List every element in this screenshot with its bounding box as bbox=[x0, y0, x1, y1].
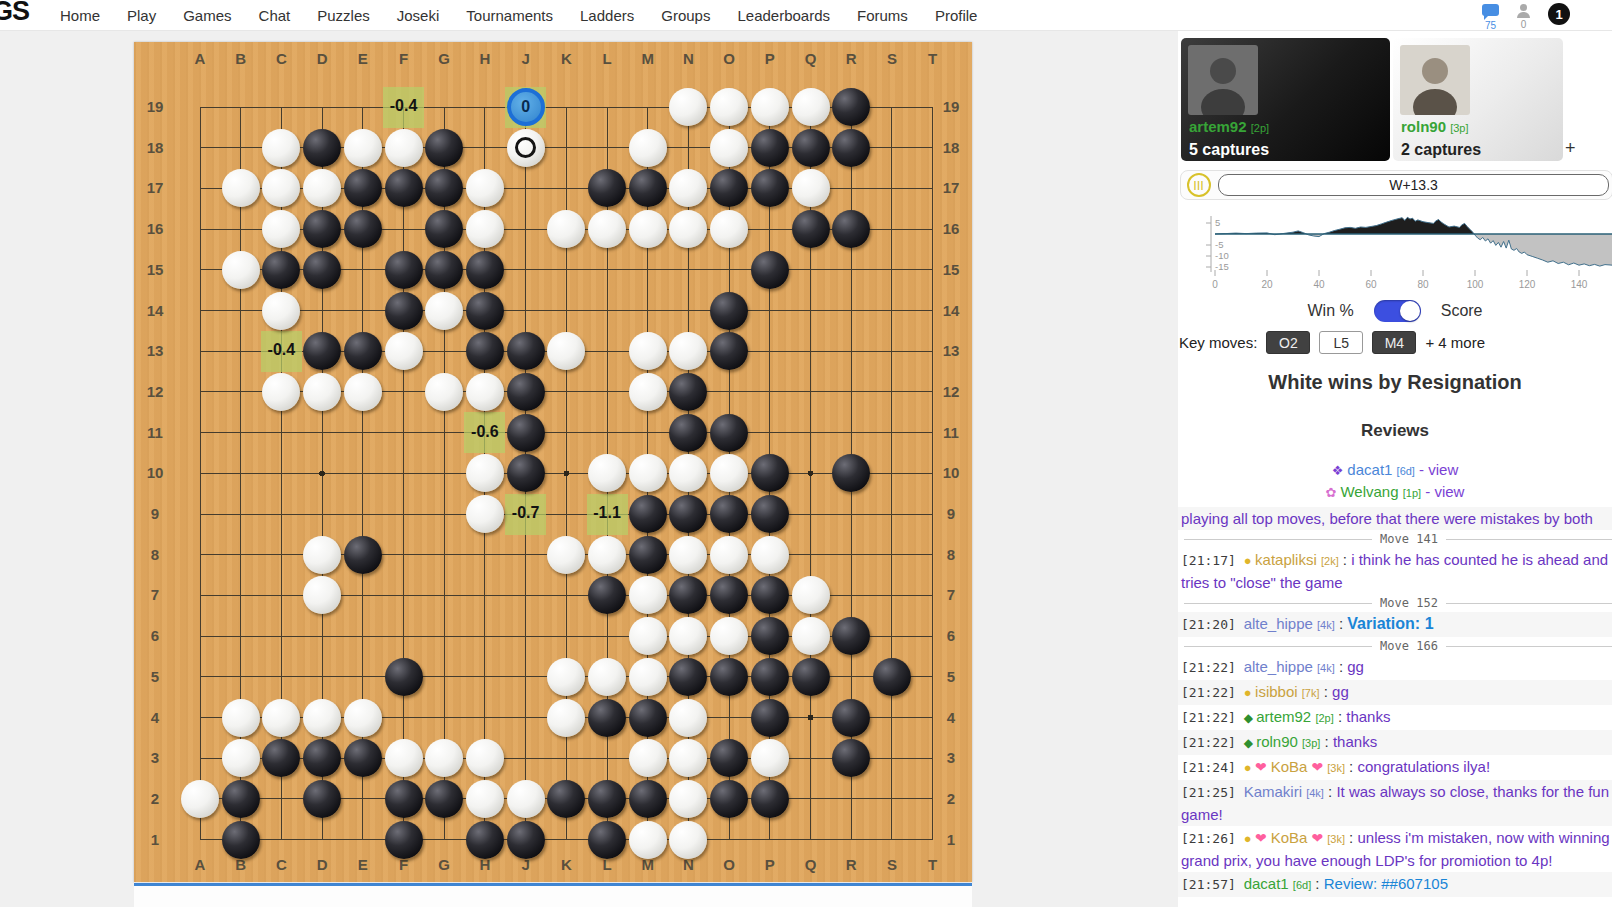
coord-label: 11 bbox=[936, 424, 966, 441]
white-stone-C18[interactable] bbox=[262, 129, 300, 167]
win-percent-label: Win % bbox=[1307, 302, 1353, 320]
coord-label: 6 bbox=[936, 627, 966, 644]
coord-label: 12 bbox=[936, 383, 966, 400]
coord-label: 13 bbox=[936, 342, 966, 359]
chat-message: [21:57] dacat1 [6d] : Review: ##607105 bbox=[1178, 872, 1612, 897]
black-stone-F5[interactable] bbox=[385, 658, 423, 696]
navbar: GS HomePlayGamesChatPuzzlesJosekiTournam… bbox=[0, 0, 1612, 31]
black-stone-D18[interactable] bbox=[303, 129, 341, 167]
white-stone-B15[interactable] bbox=[222, 251, 260, 289]
chat-message-link[interactable]: Review: ##607105 bbox=[1324, 875, 1448, 892]
coord-label: N bbox=[673, 50, 703, 67]
black-stone-R18[interactable] bbox=[832, 129, 870, 167]
white-stone-O18[interactable] bbox=[710, 129, 748, 167]
svg-text:100: 100 bbox=[1467, 279, 1484, 290]
chat-username[interactable]: katapliksi bbox=[1255, 551, 1321, 568]
chat-indicator[interactable]: 75 bbox=[1482, 2, 1499, 31]
black-stone-P4[interactable] bbox=[751, 699, 789, 737]
coord-label: 8 bbox=[140, 546, 170, 563]
svg-text:-10: -10 bbox=[1215, 250, 1229, 261]
white-stone-K5[interactable] bbox=[547, 658, 585, 696]
black-stone-H14[interactable] bbox=[466, 292, 504, 330]
chat-message-text: congratulations ilya! bbox=[1357, 758, 1490, 775]
coord-label: Q bbox=[796, 856, 826, 873]
coord-label: 18 bbox=[140, 139, 170, 156]
coord-label: 15 bbox=[140, 261, 170, 278]
white-stone-H2[interactable] bbox=[466, 780, 504, 818]
coord-label: L bbox=[592, 50, 622, 67]
black-stone-Q18[interactable] bbox=[792, 129, 830, 167]
white-player-card[interactable]: roln90 [3p] 2 captures bbox=[1393, 38, 1563, 161]
white-stone-M12[interactable] bbox=[629, 373, 667, 411]
white-stone-M7[interactable] bbox=[629, 576, 667, 614]
white-stone-M6[interactable] bbox=[629, 617, 667, 655]
ai-suggested-move-J19[interactable]: 0 bbox=[507, 88, 545, 126]
white-stone-G14[interactable] bbox=[425, 292, 463, 330]
black-stone-P5[interactable] bbox=[751, 658, 789, 696]
white-stone-O6[interactable] bbox=[710, 617, 748, 655]
coord-label: 5 bbox=[140, 668, 170, 685]
white-stone-E12[interactable] bbox=[344, 373, 382, 411]
coord-label: 16 bbox=[936, 220, 966, 237]
nav-item-joseki[interactable]: Joseki bbox=[397, 7, 440, 24]
chat-username[interactable]: KoBa bbox=[1271, 829, 1312, 846]
chat-message: [21:22] alte_hippe [4k] : gg bbox=[1178, 655, 1612, 680]
review-view-link[interactable]: - view bbox=[1421, 483, 1464, 500]
move-slider[interactable] bbox=[134, 883, 972, 886]
nav-item-ladders[interactable]: Ladders bbox=[580, 7, 634, 24]
white-stone-L5[interactable] bbox=[588, 658, 626, 696]
review-entry-dacat1: ❖dacat1 [6d] - view bbox=[1178, 461, 1612, 478]
black-captures: 5 captures bbox=[1189, 141, 1269, 159]
move-divider: Move 166 bbox=[1178, 637, 1612, 655]
white-stone-N4[interactable] bbox=[669, 699, 707, 737]
heart-icon: ❤ bbox=[1312, 759, 1328, 775]
coord-label: P bbox=[755, 50, 785, 67]
black-player-name[interactable]: artem92 [2p] bbox=[1189, 118, 1269, 135]
coord-label: E bbox=[348, 50, 378, 67]
nav-item-forums[interactable]: Forums bbox=[857, 7, 908, 24]
chat-message-text: thanks bbox=[1346, 708, 1390, 725]
white-stone-D8[interactable] bbox=[303, 536, 341, 574]
black-stone-G15[interactable] bbox=[425, 251, 463, 289]
review-view-link[interactable]: - view bbox=[1415, 461, 1458, 478]
key-moves-row: Key moves: O2L5M4 + 4 more bbox=[1179, 331, 1612, 354]
goban-grid[interactable]: AABBCCDDEEFFGGHHJJKKLLMMNNOOPPQQRRSSTT19… bbox=[134, 42, 972, 882]
black-stone-F14[interactable] bbox=[385, 292, 423, 330]
pro-badge-icon: ◆ bbox=[1244, 736, 1257, 750]
black-stone-O9[interactable] bbox=[710, 495, 748, 533]
white-stone-H10[interactable] bbox=[466, 454, 504, 492]
reviewer-name[interactable]: Welvang bbox=[1340, 483, 1402, 500]
coord-label: 3 bbox=[140, 749, 170, 766]
chat-username[interactable]: alte_hippe bbox=[1244, 658, 1317, 675]
coord-label: 15 bbox=[936, 261, 966, 278]
flower-icon: ✿ bbox=[1326, 485, 1337, 500]
black-player-card[interactable]: artem92 [2p] 5 captures bbox=[1181, 38, 1390, 161]
black-stone-C15[interactable] bbox=[262, 251, 300, 289]
white-stone-B17[interactable] bbox=[222, 169, 260, 207]
chat-username[interactable]: artem92 bbox=[1256, 708, 1315, 725]
chat-username[interactable]: Kamakiri bbox=[1244, 783, 1307, 800]
black-stone-E13[interactable] bbox=[344, 332, 382, 370]
coord-label: 3 bbox=[936, 749, 966, 766]
black-stone-P10[interactable] bbox=[751, 454, 789, 492]
coord-label: E bbox=[348, 856, 378, 873]
coord-label: D bbox=[307, 856, 337, 873]
key-move-buttons: O2L5M4 bbox=[1266, 331, 1416, 354]
coord-label: 17 bbox=[936, 179, 966, 196]
white-player-name[interactable]: roln90 [3p] bbox=[1401, 118, 1469, 135]
score-graph[interactable]: 5-5-10-15020406080100120140 bbox=[1178, 206, 1612, 298]
white-stone-P3[interactable] bbox=[751, 739, 789, 777]
ogs-logo[interactable]: GS bbox=[0, 0, 29, 27]
black-stone-M17[interactable] bbox=[629, 169, 667, 207]
white-stone-L8[interactable] bbox=[588, 536, 626, 574]
black-stone-L2[interactable] bbox=[588, 780, 626, 818]
black-stone-P9[interactable] bbox=[751, 495, 789, 533]
black-stone-E3[interactable] bbox=[344, 739, 382, 777]
black-stone-F1[interactable] bbox=[385, 821, 423, 859]
chat-message: [21:24] ● ❤ KoBa ❤ [3k] : congratulation… bbox=[1178, 755, 1612, 780]
nav-item-chat[interactable]: Chat bbox=[259, 7, 291, 24]
black-stone-O14[interactable] bbox=[710, 292, 748, 330]
nav-item-tournaments[interactable]: Tournaments bbox=[466, 7, 553, 24]
coord-label: 1 bbox=[140, 831, 170, 848]
coord-label: Q bbox=[796, 50, 826, 67]
ai-score-label-H11: -0.6 bbox=[450, 423, 520, 441]
white-stone-E4[interactable] bbox=[344, 699, 382, 737]
heart-icon: ❤ bbox=[1255, 830, 1271, 846]
white-stone-M16[interactable] bbox=[629, 210, 667, 248]
white-stone-K8[interactable] bbox=[547, 536, 585, 574]
chat-count: 75 bbox=[1482, 20, 1499, 31]
black-stone-M4[interactable] bbox=[629, 699, 667, 737]
black-stone-L4[interactable] bbox=[588, 699, 626, 737]
sidebar: artem92 [2p] 5 captures roln90 [3p] 2 ca… bbox=[1178, 30, 1612, 907]
white-stone-P8[interactable] bbox=[751, 536, 789, 574]
white-stone-M3[interactable] bbox=[629, 739, 667, 777]
chat-username[interactable]: dacat1 bbox=[1244, 875, 1293, 892]
coord-label: 10 bbox=[140, 464, 170, 481]
coord-label: D bbox=[307, 50, 337, 67]
white-stone-H12[interactable] bbox=[466, 373, 504, 411]
white-stone-H16[interactable] bbox=[466, 210, 504, 248]
svg-text:-15: -15 bbox=[1215, 261, 1229, 272]
black-stone-G18[interactable] bbox=[425, 129, 463, 167]
coord-label: 14 bbox=[936, 302, 966, 319]
white-captures: 2 captures bbox=[1401, 141, 1481, 159]
player-dot-icon: ● bbox=[1244, 831, 1255, 846]
white-stone-J2[interactable] bbox=[507, 780, 545, 818]
black-stone-F2[interactable] bbox=[385, 780, 423, 818]
goban: AABBCCDDEEFFGGHHJJKKLLMMNNOOPPQQRRSSTT19… bbox=[134, 42, 972, 882]
white-stone-F13[interactable] bbox=[385, 332, 423, 370]
white-stone-M10[interactable] bbox=[629, 454, 667, 492]
black-stone-H1[interactable] bbox=[466, 821, 504, 859]
black-stone-E16[interactable] bbox=[344, 210, 382, 248]
coord-label: 5 bbox=[936, 668, 966, 685]
white-stone-G12[interactable] bbox=[425, 373, 463, 411]
coord-label: 19 bbox=[936, 98, 966, 115]
black-stone-L1[interactable] bbox=[588, 821, 626, 859]
white-stone-N1[interactable] bbox=[669, 821, 707, 859]
black-stone-O2[interactable] bbox=[710, 780, 748, 818]
coord-label: J bbox=[511, 50, 541, 67]
black-stone-N5[interactable] bbox=[669, 658, 707, 696]
svg-text:60: 60 bbox=[1365, 279, 1377, 290]
nav-item-groups[interactable]: Groups bbox=[661, 7, 710, 24]
white-stone-D12[interactable] bbox=[303, 373, 341, 411]
page: GS HomePlayGamesChatPuzzlesJosekiTournam… bbox=[0, 0, 1612, 907]
white-stone-O8[interactable] bbox=[710, 536, 748, 574]
chat-timestamp: [21:22] bbox=[1181, 735, 1244, 750]
coord-label: 2 bbox=[936, 790, 966, 807]
chat-message: [21:22] ◆ roln90 [3p] : thanks bbox=[1178, 730, 1612, 755]
coord-label: S bbox=[877, 50, 907, 67]
coord-label: F bbox=[389, 50, 419, 67]
white-stone-M5[interactable] bbox=[629, 658, 667, 696]
coord-label: 14 bbox=[140, 302, 170, 319]
white-stone-Q19[interactable] bbox=[792, 88, 830, 126]
player-dot-icon: ● bbox=[1244, 685, 1255, 700]
black-stone-J12[interactable] bbox=[507, 373, 545, 411]
white-stone-Q6[interactable] bbox=[792, 617, 830, 655]
ai-score-label-F19: -0.4 bbox=[369, 97, 439, 115]
friends-indicator[interactable]: 0 bbox=[1517, 2, 1530, 30]
nav-item-home[interactable]: Home bbox=[60, 7, 100, 24]
coord-label: T bbox=[918, 50, 948, 67]
coord-label: 4 bbox=[140, 709, 170, 726]
coord-label: P bbox=[755, 856, 785, 873]
black-stone-O11[interactable] bbox=[710, 414, 748, 452]
coord-label: A bbox=[185, 856, 215, 873]
white-stone-L16[interactable] bbox=[588, 210, 626, 248]
key-move-button-O2[interactable]: O2 bbox=[1266, 331, 1310, 354]
chat-timestamp: [21:20] bbox=[1181, 617, 1244, 632]
white-stone-F3[interactable] bbox=[385, 739, 423, 777]
nav-right-icons: 75 0 1 bbox=[1482, 2, 1570, 31]
coord-label: 13 bbox=[140, 342, 170, 359]
chat-username[interactable]: alte_hippe bbox=[1244, 615, 1317, 632]
black-stone-J1[interactable] bbox=[507, 821, 545, 859]
white-stone-C4[interactable] bbox=[262, 699, 300, 737]
chat-message: [21:20] alte_hippe [4k] : Variation: 1 bbox=[1178, 612, 1612, 637]
black-stone-K2[interactable] bbox=[547, 780, 585, 818]
coord-label: B bbox=[226, 50, 256, 67]
black-stone-B1[interactable] bbox=[222, 821, 260, 859]
chat-username[interactable]: roln90 bbox=[1256, 733, 1302, 750]
ai-engine-icon[interactable]: ||| bbox=[1187, 173, 1211, 197]
chat-message-link[interactable]: Variation: 1 bbox=[1347, 615, 1433, 632]
white-stone-O19[interactable] bbox=[710, 88, 748, 126]
svg-text:0: 0 bbox=[1212, 279, 1218, 290]
heart-icon: ❤ bbox=[1255, 759, 1271, 775]
chat-message: [21:22] ● isibboi [7k] : gg bbox=[1178, 680, 1612, 705]
ai-score-label-L9: -1.1 bbox=[572, 504, 642, 522]
chat-message-text: thanks bbox=[1333, 733, 1377, 750]
coord-label: H bbox=[470, 50, 500, 67]
white-stone-D4[interactable] bbox=[303, 699, 341, 737]
chat-bubble-icon bbox=[1482, 4, 1499, 16]
black-stone-H13[interactable] bbox=[466, 332, 504, 370]
coord-label: O bbox=[714, 856, 744, 873]
notification-badge[interactable]: 1 bbox=[1548, 3, 1570, 25]
black-stone-J13[interactable] bbox=[507, 332, 545, 370]
white-stone-P19[interactable] bbox=[751, 88, 789, 126]
coord-label: 16 bbox=[140, 220, 170, 237]
coord-label: 18 bbox=[936, 139, 966, 156]
black-stone-P7[interactable] bbox=[751, 576, 789, 614]
white-stone-A2[interactable] bbox=[181, 780, 219, 818]
svg-text:40: 40 bbox=[1313, 279, 1325, 290]
chat-timestamp: [21:26] bbox=[1181, 831, 1244, 846]
chat-message: [21:22] ◆ artem92 [2p] : thanks bbox=[1178, 705, 1612, 730]
coord-label: A bbox=[185, 50, 215, 67]
white-stone-M13[interactable] bbox=[629, 332, 667, 370]
player-dot-icon: ● bbox=[1244, 553, 1255, 568]
coord-label: 7 bbox=[140, 586, 170, 603]
last-move-marker-J18 bbox=[515, 137, 536, 158]
black-stone-R19[interactable] bbox=[832, 88, 870, 126]
chat-message-text: gg bbox=[1332, 683, 1349, 700]
white-stone-M1[interactable] bbox=[629, 821, 667, 859]
coord-label: M bbox=[633, 50, 663, 67]
white-stone-N8[interactable] bbox=[669, 536, 707, 574]
person-icon bbox=[1520, 4, 1527, 11]
key-move-button-M4[interactable]: M4 bbox=[1372, 331, 1416, 354]
coord-label: R bbox=[836, 50, 866, 67]
coord-label: 9 bbox=[936, 505, 966, 522]
coord-label: 12 bbox=[140, 383, 170, 400]
chat-message-text: gg bbox=[1347, 658, 1364, 675]
nav-item-leaderboards[interactable]: Leaderboards bbox=[737, 7, 830, 24]
black-stone-E17[interactable] bbox=[344, 169, 382, 207]
key-moves-more[interactable]: + 4 more bbox=[1425, 334, 1485, 351]
white-stone-F18[interactable] bbox=[385, 129, 423, 167]
chat-timestamp: [21:25] bbox=[1181, 785, 1244, 800]
trophy-icon: ❖ bbox=[1332, 463, 1344, 478]
player-dot-icon: ● bbox=[1244, 760, 1255, 775]
friend-count: 0 bbox=[1517, 19, 1530, 30]
svg-text:5: 5 bbox=[1215, 217, 1220, 228]
chat-username[interactable]: KoBa bbox=[1271, 758, 1312, 775]
coord-label: T bbox=[918, 856, 948, 873]
coord-label: G bbox=[429, 856, 459, 873]
chat-timestamp: [21:24] bbox=[1181, 760, 1244, 775]
coord-label: C bbox=[266, 50, 296, 67]
coord-label: 2 bbox=[140, 790, 170, 807]
black-stone-D15[interactable] bbox=[303, 251, 341, 289]
chat-message: playing all top moves, before that there… bbox=[1178, 507, 1612, 530]
reviewer-name[interactable]: dacat1 bbox=[1347, 461, 1396, 478]
white-stone-Q17[interactable] bbox=[792, 169, 830, 207]
ai-score-label-J9: -0.7 bbox=[491, 504, 561, 522]
black-stone-N11[interactable] bbox=[669, 414, 707, 452]
coord-label: 17 bbox=[140, 179, 170, 196]
nav-item-puzzles[interactable]: Puzzles bbox=[317, 7, 370, 24]
coord-label: 11 bbox=[140, 424, 170, 441]
chat-timestamp: [21:22] bbox=[1181, 710, 1244, 725]
black-stone-P6[interactable] bbox=[751, 617, 789, 655]
black-stone-Q16[interactable] bbox=[792, 210, 830, 248]
nav-item-profile[interactable]: Profile bbox=[935, 7, 978, 24]
game-area: AABBCCDDEEFFGGHHJJKKLLMMNNOOPPQQRRSSTT19… bbox=[0, 30, 1178, 907]
key-move-button-L5[interactable]: L5 bbox=[1319, 331, 1363, 354]
black-stone-P18[interactable] bbox=[751, 129, 789, 167]
coord-label: G bbox=[429, 50, 459, 67]
black-stone-E8[interactable] bbox=[344, 536, 382, 574]
black-stone-O5[interactable] bbox=[710, 658, 748, 696]
black-stone-G2[interactable] bbox=[425, 780, 463, 818]
white-stone-O16[interactable] bbox=[710, 210, 748, 248]
black-stone-D2[interactable] bbox=[303, 780, 341, 818]
svg-text:20: 20 bbox=[1261, 279, 1273, 290]
reviews-heading: Reviews bbox=[1178, 421, 1612, 441]
black-stone-F15[interactable] bbox=[385, 251, 423, 289]
black-stone-P15[interactable] bbox=[751, 251, 789, 289]
expand-button[interactable]: + bbox=[1565, 138, 1576, 159]
score-label: Score bbox=[1441, 302, 1483, 320]
nav-item-games[interactable]: Games bbox=[183, 7, 231, 24]
coord-label: 1 bbox=[936, 831, 966, 848]
white-stone-H3[interactable] bbox=[466, 739, 504, 777]
svg-text:80: 80 bbox=[1417, 279, 1429, 290]
white-stone-K4[interactable] bbox=[547, 699, 585, 737]
black-stone-M8[interactable] bbox=[629, 536, 667, 574]
chat-message: [21:17] ● katapliksi [2k] : i think he h… bbox=[1178, 548, 1612, 594]
win-score-toggle[interactable] bbox=[1374, 300, 1421, 322]
black-stone-P17[interactable] bbox=[751, 169, 789, 207]
black-stone-F17[interactable] bbox=[385, 169, 423, 207]
svg-text:-5: -5 bbox=[1215, 239, 1223, 250]
black-stone-B2[interactable] bbox=[222, 780, 260, 818]
chat-timestamp: [21:57] bbox=[1181, 877, 1244, 892]
coord-label: 10 bbox=[936, 464, 966, 481]
white-stone-Q7[interactable] bbox=[792, 576, 830, 614]
chat-timestamp: [21:17] bbox=[1181, 553, 1244, 568]
coord-label: 9 bbox=[140, 505, 170, 522]
white-player-avatar bbox=[1400, 45, 1470, 115]
white-stone-E18[interactable] bbox=[344, 129, 382, 167]
black-stone-H15[interactable] bbox=[466, 251, 504, 289]
svg-text:140: 140 bbox=[1571, 279, 1588, 290]
nav-item-play[interactable]: Play bbox=[127, 7, 156, 24]
black-stone-D16[interactable] bbox=[303, 210, 341, 248]
white-stone-B4[interactable] bbox=[222, 699, 260, 737]
chat-timestamp: [21:22] bbox=[1181, 660, 1244, 675]
black-stone-R4[interactable] bbox=[832, 699, 870, 737]
chat-message: [21:25] Kamakiri [4k] : It was always so… bbox=[1178, 780, 1612, 826]
black-stone-M2[interactable] bbox=[629, 780, 667, 818]
ai-score-estimate[interactable]: W+13.3 bbox=[1218, 174, 1609, 196]
chat-username[interactable]: isibboi bbox=[1255, 683, 1302, 700]
ai-score-label-C13: -0.4 bbox=[246, 341, 316, 359]
white-stone-B3[interactable] bbox=[222, 739, 260, 777]
coord-label: 8 bbox=[936, 546, 966, 563]
black-stone-J10[interactable] bbox=[507, 454, 545, 492]
coord-label: 6 bbox=[140, 627, 170, 644]
heart-icon: ❤ bbox=[1312, 830, 1328, 846]
white-stone-C14[interactable] bbox=[262, 292, 300, 330]
white-stone-M18[interactable] bbox=[629, 129, 667, 167]
coord-label: 4 bbox=[936, 709, 966, 726]
black-stone-P2[interactable] bbox=[751, 780, 789, 818]
black-stone-S5[interactable] bbox=[873, 658, 911, 696]
svg-text:120: 120 bbox=[1519, 279, 1536, 290]
coord-label: R bbox=[836, 856, 866, 873]
black-stone-Q5[interactable] bbox=[792, 658, 830, 696]
